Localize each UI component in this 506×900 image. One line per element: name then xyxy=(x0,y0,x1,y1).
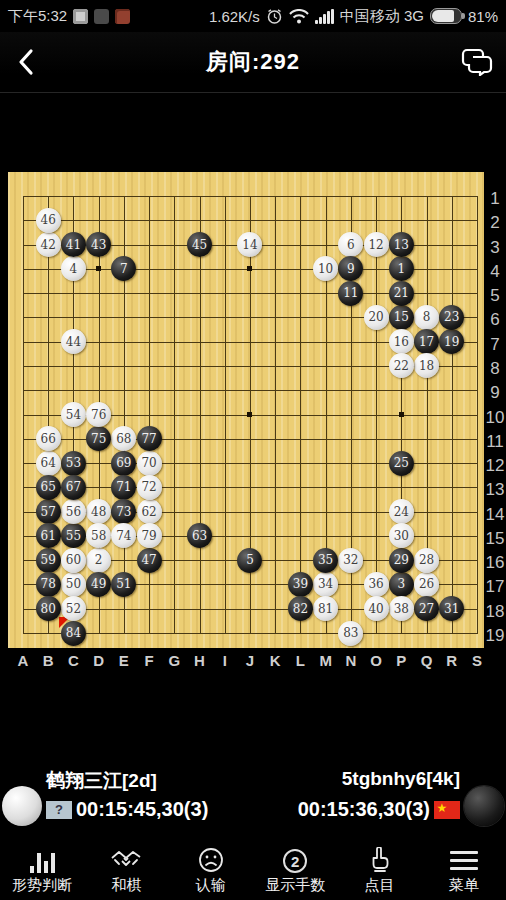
column-label-H: H xyxy=(194,652,205,669)
notification-app-icon-1 xyxy=(73,9,88,24)
black-stone-13: 13 xyxy=(389,232,414,257)
clock-text: 下午5:32 xyxy=(8,7,67,26)
star-point xyxy=(96,266,101,271)
white-stone-62: 62 xyxy=(137,499,162,524)
white-stone-40: 40 xyxy=(364,596,389,621)
unknown-flag-icon: ? xyxy=(46,801,72,819)
black-stone-63: 63 xyxy=(187,523,212,548)
white-player-clock: 00:15:45,30(3) xyxy=(76,798,208,821)
black-stone-3: 3 xyxy=(389,572,414,597)
black-stone-77: 77 xyxy=(137,426,162,451)
row-label-5: 5 xyxy=(484,286,506,306)
signal-bars-icon xyxy=(315,9,334,24)
black-stone-55: 55 xyxy=(61,523,86,548)
white-stone-18: 18 xyxy=(414,353,439,378)
white-stone-38: 38 xyxy=(389,596,414,621)
status-bar: 下午5:32 1.62K/s 中国移动 3G 81% xyxy=(0,0,506,32)
column-labels: ABCDEFGHIJKLMNOPQRS xyxy=(8,650,484,676)
alarm-icon xyxy=(266,8,283,25)
column-label-B: B xyxy=(43,652,54,669)
white-stone-60: 60 xyxy=(61,548,86,573)
star-point xyxy=(247,412,252,417)
white-stone-54: 54 xyxy=(61,402,86,427)
white-stone-42: 42 xyxy=(36,232,61,257)
white-stone-44: 44 xyxy=(61,329,86,354)
black-player-name: 5tgbnhy6[4k] xyxy=(342,768,460,790)
white-stone-48: 48 xyxy=(86,499,111,524)
black-stone-19: 19 xyxy=(439,329,464,354)
white-stone-68: 68 xyxy=(111,426,136,451)
black-stone-21: 21 xyxy=(389,281,414,306)
grid-line-v xyxy=(300,196,301,634)
row-label-13: 13 xyxy=(484,480,506,500)
white-stone-74: 74 xyxy=(111,523,136,548)
black-stone-7: 7 xyxy=(111,256,136,281)
column-label-L: L xyxy=(296,652,305,669)
white-stone-26: 26 xyxy=(414,572,439,597)
column-label-N: N xyxy=(345,652,356,669)
column-label-S: S xyxy=(472,652,482,669)
black-stone-57: 57 xyxy=(36,499,61,524)
black-stone-25: 25 xyxy=(389,451,414,476)
black-stone-75: 75 xyxy=(86,426,111,451)
black-stone-9: 9 xyxy=(338,256,363,281)
white-stone-58: 58 xyxy=(86,523,111,548)
black-stone-29: 29 xyxy=(389,548,414,573)
title-bar: 房间:292 xyxy=(0,32,506,93)
black-stone-84: 84 xyxy=(61,621,86,646)
black-stone-43: 43 xyxy=(86,232,111,257)
battery-percent-text: 81% xyxy=(468,8,498,25)
black-player-time-row: 00:15:36,30(3) ★ xyxy=(298,798,460,821)
show-move-numbers-label: 认输 xyxy=(196,876,226,895)
black-stone-49: 49 xyxy=(86,572,111,597)
white-stone-22: 22 xyxy=(389,353,414,378)
china-flag-icon: ★ xyxy=(434,801,460,819)
black-stone-17: 17 xyxy=(414,329,439,354)
black-stone-23: 23 xyxy=(439,305,464,330)
black-stone-65: 65 xyxy=(36,475,61,500)
column-label-Q: Q xyxy=(421,652,433,669)
row-labels: 12345678910111213141516171819 xyxy=(484,172,506,648)
column-label-O: O xyxy=(370,652,382,669)
column-label-R: R xyxy=(446,652,457,669)
white-stone-56: 56 xyxy=(61,499,86,524)
chart-bars-icon xyxy=(30,851,55,873)
black-stone-53: 53 xyxy=(61,451,86,476)
white-stone-32: 32 xyxy=(338,548,363,573)
white-stone-12: 12 xyxy=(364,232,389,257)
white-stone-79: 79 xyxy=(137,523,162,548)
grid-line-v xyxy=(225,196,226,634)
row-label-1: 1 xyxy=(484,189,506,209)
white-stone-6: 6 xyxy=(338,232,363,257)
black-stone-73: 73 xyxy=(111,499,136,524)
white-stone-72: 72 xyxy=(137,475,162,500)
black-player-clock: 00:15:36,30(3) xyxy=(298,798,430,821)
menu-icon xyxy=(450,851,478,873)
black-stone-27: 27 xyxy=(414,596,439,621)
handshake-icon xyxy=(111,849,141,873)
white-player-time-row: ? 00:15:45,30(3) xyxy=(46,798,208,821)
white-stone-70: 70 xyxy=(137,451,162,476)
column-label-D: D xyxy=(93,652,104,669)
go-board[interactable]: 1234567891011121314151617181920212223242… xyxy=(8,172,484,648)
black-stone-1: 1 xyxy=(389,256,414,281)
notification-app-icon-2 xyxy=(94,9,109,24)
white-stone-46: 46 xyxy=(36,208,61,233)
black-stone-80: 80 xyxy=(36,596,61,621)
row-label-6: 6 xyxy=(484,310,506,330)
judge-position-label: 形势判断 xyxy=(12,876,72,895)
white-stone-36: 36 xyxy=(364,572,389,597)
row-label-11: 11 xyxy=(484,432,506,452)
row-label-2: 2 xyxy=(484,213,506,233)
black-stone-11: 11 xyxy=(338,281,363,306)
white-stone-20: 20 xyxy=(364,305,389,330)
black-stone-82: 82 xyxy=(288,596,313,621)
white-stone-30: 30 xyxy=(389,523,414,548)
row-label-9: 9 xyxy=(484,383,506,403)
white-stone-28: 28 xyxy=(414,548,439,573)
black-stone-61: 61 xyxy=(36,523,61,548)
black-stone-78: 78 xyxy=(36,572,61,597)
black-player-stone-avatar[interactable] xyxy=(464,786,504,826)
white-stone-16: 16 xyxy=(389,329,414,354)
column-label-A: A xyxy=(18,652,29,669)
white-stone-52: 52 xyxy=(61,596,86,621)
white-stone-24: 24 xyxy=(389,499,414,524)
show-move-count-button[interactable]: 2 显示手数 xyxy=(253,842,337,900)
row-label-10: 10 xyxy=(484,408,506,428)
black-stone-39: 39 xyxy=(288,572,313,597)
white-stone-83: 83 xyxy=(338,621,363,646)
column-label-I: I xyxy=(223,652,227,669)
row-label-12: 12 xyxy=(484,456,506,476)
black-stone-59: 59 xyxy=(36,548,61,573)
grid-line-v xyxy=(200,196,201,634)
star-point xyxy=(247,266,252,271)
black-stone-41: 41 xyxy=(61,232,86,257)
judge-position-button[interactable]: 形势判断 xyxy=(0,842,84,900)
black-stone-69: 69 xyxy=(111,451,136,476)
white-stone-34: 34 xyxy=(313,572,338,597)
resign-button[interactable]: 认输 xyxy=(169,842,253,900)
grid-line-v xyxy=(376,196,377,634)
grid-line-v xyxy=(452,196,453,634)
black-stone-47: 47 xyxy=(137,548,162,573)
black-stone-15: 15 xyxy=(389,305,414,330)
column-label-M: M xyxy=(319,652,332,669)
white-stone-14: 14 xyxy=(237,232,262,257)
white-player-stone-avatar[interactable] xyxy=(2,786,42,826)
row-label-17: 17 xyxy=(484,577,506,597)
column-label-P: P xyxy=(396,652,406,669)
count-points-button[interactable]: 点目 xyxy=(337,842,421,900)
offer-draw-button[interactable]: 和棋 xyxy=(84,842,168,900)
row-label-8: 8 xyxy=(484,359,506,379)
column-label-C: C xyxy=(68,652,79,669)
white-stone-76: 76 xyxy=(86,402,111,427)
row-label-3: 3 xyxy=(484,238,506,258)
black-stone-31: 31 xyxy=(439,596,464,621)
column-label-K: K xyxy=(270,652,281,669)
white-stone-64: 64 xyxy=(36,451,61,476)
white-stone-81: 81 xyxy=(313,596,338,621)
notification-app-icon-3 xyxy=(115,9,130,24)
grid-line-v xyxy=(477,196,478,634)
app-screen: 下午5:32 1.62K/s 中国移动 3G 81% xyxy=(0,0,506,900)
grid-line-v xyxy=(275,196,276,634)
black-stone-5: 5 xyxy=(237,548,262,573)
row-label-7: 7 xyxy=(484,335,506,355)
white-stone-8: 8 xyxy=(414,305,439,330)
grid-line-v xyxy=(174,196,175,634)
row-label-14: 14 xyxy=(484,505,506,525)
column-label-E: E xyxy=(119,652,129,669)
players-bar: 鹤翔三江[2d] ? 00:15:45,30(3) 5tgbnhy6[4k] 0… xyxy=(0,766,506,842)
grid-line-v xyxy=(23,196,24,634)
column-label-J: J xyxy=(246,652,254,669)
network-speed-text: 1.62K/s xyxy=(209,8,260,25)
white-stone-2: 2 xyxy=(86,548,111,573)
room-title: 房间:292 xyxy=(0,47,506,77)
carrier-text: 中国移动 3G xyxy=(340,7,424,26)
battery-icon xyxy=(430,8,462,24)
bottom-toolbar: 形势判断 和棋 认输 2 显示手 xyxy=(0,842,506,900)
black-stone-45: 45 xyxy=(187,232,212,257)
offer-draw-label: 和棋 xyxy=(111,876,141,895)
circled-2-icon: 2 xyxy=(283,849,307,873)
white-stone-10: 10 xyxy=(313,256,338,281)
pointing-hand-icon xyxy=(367,847,391,873)
column-label-F: F xyxy=(145,652,154,669)
white-stone-66: 66 xyxy=(36,426,61,451)
row-label-15: 15 xyxy=(484,529,506,549)
row-label-19: 19 xyxy=(484,626,506,646)
column-label-G: G xyxy=(168,652,180,669)
menu-button[interactable]: 菜单 xyxy=(422,842,506,900)
row-label-16: 16 xyxy=(484,553,506,573)
white-stone-4: 4 xyxy=(61,256,86,281)
white-player-name: 鹤翔三江[2d] xyxy=(46,768,157,794)
white-stone-50: 50 xyxy=(61,572,86,597)
row-label-18: 18 xyxy=(484,602,506,622)
black-stone-67: 67 xyxy=(61,475,86,500)
sad-face-icon xyxy=(198,847,224,873)
black-stone-51: 51 xyxy=(111,572,136,597)
row-label-4: 4 xyxy=(484,262,506,282)
star-point xyxy=(399,412,404,417)
black-stone-71: 71 xyxy=(111,475,136,500)
black-stone-35: 35 xyxy=(313,548,338,573)
wifi-icon xyxy=(289,9,309,24)
